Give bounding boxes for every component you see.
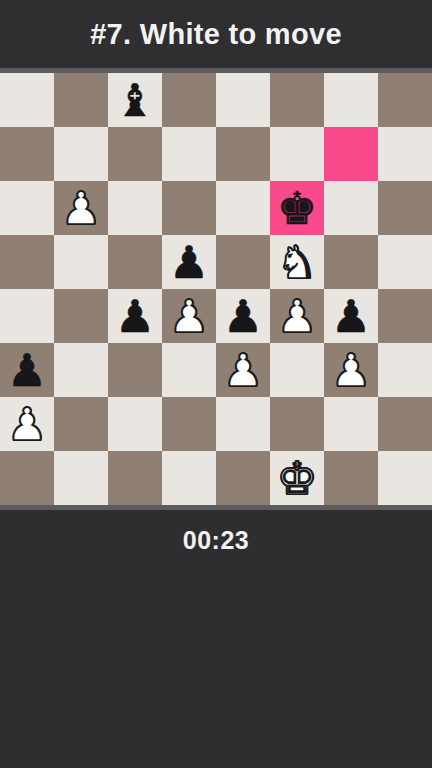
- white-knight-piece: ♞: [277, 240, 317, 285]
- white-king-piece: ♚: [277, 456, 317, 501]
- square-c6[interactable]: [108, 181, 162, 235]
- square-e4[interactable]: ♟: [216, 289, 270, 343]
- square-h3[interactable]: [378, 343, 432, 397]
- square-f8[interactable]: [270, 73, 324, 127]
- square-a7[interactable]: [0, 127, 54, 181]
- white-pawn-piece: ♟: [331, 348, 371, 393]
- square-h8[interactable]: [378, 73, 432, 127]
- square-c4[interactable]: ♟: [108, 289, 162, 343]
- square-a2[interactable]: ♟: [0, 397, 54, 451]
- square-h7[interactable]: [378, 127, 432, 181]
- square-h5[interactable]: [378, 235, 432, 289]
- square-g7[interactable]: [324, 127, 378, 181]
- black-king-piece: ♚: [277, 186, 317, 231]
- black-bishop-piece: ♝: [115, 78, 155, 123]
- white-pawn-piece: ♟: [223, 348, 263, 393]
- square-f6[interactable]: ♚: [270, 181, 324, 235]
- square-c8[interactable]: ♝: [108, 73, 162, 127]
- square-d3[interactable]: [162, 343, 216, 397]
- square-a6[interactable]: [0, 181, 54, 235]
- square-a8[interactable]: [0, 73, 54, 127]
- square-e6[interactable]: [216, 181, 270, 235]
- square-h1[interactable]: [378, 451, 432, 505]
- footer-bar: 00:23: [0, 510, 432, 555]
- square-e8[interactable]: [216, 73, 270, 127]
- square-b3[interactable]: [54, 343, 108, 397]
- square-d6[interactable]: [162, 181, 216, 235]
- square-d7[interactable]: [162, 127, 216, 181]
- square-c5[interactable]: [108, 235, 162, 289]
- chess-board: ♝♟♚♟♞♟♟♟♟♟♟♟♟♟♚: [0, 73, 432, 505]
- square-b2[interactable]: [54, 397, 108, 451]
- square-g1[interactable]: [324, 451, 378, 505]
- white-pawn-piece: ♟: [169, 294, 209, 339]
- square-g3[interactable]: ♟: [324, 343, 378, 397]
- square-f3[interactable]: [270, 343, 324, 397]
- square-a5[interactable]: [0, 235, 54, 289]
- square-e1[interactable]: [216, 451, 270, 505]
- square-g5[interactable]: [324, 235, 378, 289]
- square-e5[interactable]: [216, 235, 270, 289]
- square-b8[interactable]: [54, 73, 108, 127]
- square-d4[interactable]: ♟: [162, 289, 216, 343]
- square-e3[interactable]: ♟: [216, 343, 270, 397]
- square-f5[interactable]: ♞: [270, 235, 324, 289]
- white-pawn-piece: ♟: [61, 186, 101, 231]
- square-f7[interactable]: [270, 127, 324, 181]
- black-pawn-piece: ♟: [169, 240, 209, 285]
- square-b5[interactable]: [54, 235, 108, 289]
- square-e2[interactable]: [216, 397, 270, 451]
- square-d5[interactable]: ♟: [162, 235, 216, 289]
- square-g2[interactable]: [324, 397, 378, 451]
- square-g6[interactable]: [324, 181, 378, 235]
- square-e7[interactable]: [216, 127, 270, 181]
- header-bar: #7. White to move: [0, 0, 432, 68]
- square-g8[interactable]: [324, 73, 378, 127]
- timer-display: 00:23: [0, 526, 432, 555]
- square-h2[interactable]: [378, 397, 432, 451]
- square-g4[interactable]: ♟: [324, 289, 378, 343]
- square-a4[interactable]: [0, 289, 54, 343]
- black-pawn-piece: ♟: [115, 294, 155, 339]
- square-c7[interactable]: [108, 127, 162, 181]
- square-a3[interactable]: ♟: [0, 343, 54, 397]
- black-pawn-piece: ♟: [7, 348, 47, 393]
- square-h6[interactable]: [378, 181, 432, 235]
- square-d8[interactable]: [162, 73, 216, 127]
- square-b4[interactable]: [54, 289, 108, 343]
- square-f4[interactable]: ♟: [270, 289, 324, 343]
- square-c3[interactable]: [108, 343, 162, 397]
- square-d2[interactable]: [162, 397, 216, 451]
- white-pawn-piece: ♟: [7, 402, 47, 447]
- square-a1[interactable]: [0, 451, 54, 505]
- square-b6[interactable]: ♟: [54, 181, 108, 235]
- square-d1[interactable]: [162, 451, 216, 505]
- square-c2[interactable]: [108, 397, 162, 451]
- square-c1[interactable]: [108, 451, 162, 505]
- square-h4[interactable]: [378, 289, 432, 343]
- app-root: #7. White to move ♝♟♚♟♞♟♟♟♟♟♟♟♟♟♚ 00:23: [0, 0, 432, 555]
- white-pawn-piece: ♟: [277, 294, 317, 339]
- square-f2[interactable]: [270, 397, 324, 451]
- black-pawn-piece: ♟: [331, 294, 371, 339]
- square-b7[interactable]: [54, 127, 108, 181]
- puzzle-title: #7. White to move: [90, 18, 342, 51]
- square-f1[interactable]: ♚: [270, 451, 324, 505]
- square-b1[interactable]: [54, 451, 108, 505]
- black-pawn-piece: ♟: [223, 294, 263, 339]
